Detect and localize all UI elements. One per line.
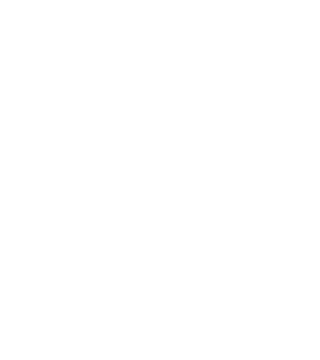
- status-bar: [0, 340, 320, 360]
- title-bar: [0, 0, 320, 20]
- chess-board: [0, 20, 320, 340]
